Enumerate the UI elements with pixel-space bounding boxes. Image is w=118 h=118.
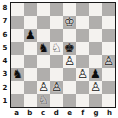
file-label-e: e xyxy=(63,108,76,118)
rank-labels: 87654321 xyxy=(0,2,10,108)
square-b3 xyxy=(24,68,37,81)
square-h6 xyxy=(102,29,115,42)
square-d4 xyxy=(50,55,63,68)
square-a4 xyxy=(11,55,24,68)
square-c2: ♙ xyxy=(37,81,50,94)
black-pawn: ♟ xyxy=(89,68,102,81)
square-d8 xyxy=(50,3,63,16)
square-f8 xyxy=(76,3,89,16)
square-g4 xyxy=(89,55,102,68)
square-g5 xyxy=(89,42,102,55)
square-f2 xyxy=(76,81,89,94)
chess-board: ♔♟♞♘♚♙♙♞♙♟♙♙♙♘ xyxy=(10,2,116,108)
rank-label-8: 8 xyxy=(0,2,10,15)
white-pawn: ♙ xyxy=(102,55,115,68)
rank-label-5: 5 xyxy=(0,42,10,55)
rank-label-1: 1 xyxy=(0,95,10,108)
black-pawn: ♟ xyxy=(24,29,37,42)
file-label-c: c xyxy=(37,108,50,118)
square-c4 xyxy=(37,55,50,68)
square-h5 xyxy=(102,42,115,55)
square-d5: ♘ xyxy=(50,42,63,55)
square-a8 xyxy=(11,3,24,16)
file-labels: abcdefgh xyxy=(10,108,116,118)
square-e4: ♙ xyxy=(63,55,76,68)
square-f5 xyxy=(76,42,89,55)
square-c7 xyxy=(37,16,50,29)
square-a6 xyxy=(11,29,24,42)
square-g2: ♙ xyxy=(89,81,102,94)
white-pawn: ♙ xyxy=(50,81,63,94)
square-d6 xyxy=(50,29,63,42)
square-d3 xyxy=(50,68,63,81)
square-h7 xyxy=(102,16,115,29)
square-a1 xyxy=(11,94,24,107)
square-c6 xyxy=(37,29,50,42)
square-f3: ♙ xyxy=(76,68,89,81)
square-e6 xyxy=(63,29,76,42)
square-h1 xyxy=(102,94,115,107)
square-g7 xyxy=(89,16,102,29)
square-e8 xyxy=(63,3,76,16)
square-h8 xyxy=(102,3,115,16)
file-label-d: d xyxy=(50,108,63,118)
square-g3: ♟ xyxy=(89,68,102,81)
square-f7 xyxy=(76,16,89,29)
square-e3 xyxy=(63,68,76,81)
black-knight: ♞ xyxy=(11,68,24,81)
square-h2 xyxy=(102,81,115,94)
white-knight: ♘ xyxy=(37,94,50,107)
rank-label-2: 2 xyxy=(0,82,10,95)
white-king: ♔ xyxy=(63,16,76,29)
square-d2: ♙ xyxy=(50,81,63,94)
square-a7 xyxy=(11,16,24,29)
file-label-h: h xyxy=(103,108,116,118)
square-a3: ♞ xyxy=(11,68,24,81)
square-c8 xyxy=(37,3,50,16)
square-b6: ♟ xyxy=(24,29,37,42)
white-pawn: ♙ xyxy=(89,81,102,94)
square-b4 xyxy=(24,55,37,68)
square-d7 xyxy=(50,16,63,29)
square-f6 xyxy=(76,29,89,42)
square-g6 xyxy=(89,29,102,42)
square-g1 xyxy=(89,94,102,107)
square-a5 xyxy=(11,42,24,55)
white-pawn: ♙ xyxy=(63,55,76,68)
file-label-b: b xyxy=(23,108,36,118)
square-h3 xyxy=(102,68,115,81)
square-f1 xyxy=(76,94,89,107)
rank-label-4: 4 xyxy=(0,55,10,68)
square-c3 xyxy=(37,68,50,81)
black-king: ♚ xyxy=(63,42,76,55)
square-g8 xyxy=(89,3,102,16)
rank-label-6: 6 xyxy=(0,29,10,42)
chess-diagram: 87654321 ♔♟♞♘♚♙♙♞♙♟♙♙♙♘ abcdefgh xyxy=(0,0,118,118)
white-pawn: ♙ xyxy=(76,68,89,81)
square-f4 xyxy=(76,55,89,68)
square-b5 xyxy=(24,42,37,55)
rank-label-3: 3 xyxy=(0,68,10,81)
black-knight: ♞ xyxy=(37,42,50,55)
file-label-f: f xyxy=(76,108,89,118)
square-e7: ♔ xyxy=(63,16,76,29)
square-c5: ♞ xyxy=(37,42,50,55)
rank-label-7: 7 xyxy=(0,15,10,28)
white-knight: ♘ xyxy=(50,42,63,55)
square-d1 xyxy=(50,94,63,107)
square-b7 xyxy=(24,16,37,29)
square-e1 xyxy=(63,94,76,107)
square-b8 xyxy=(24,3,37,16)
square-e5: ♚ xyxy=(63,42,76,55)
square-b1 xyxy=(24,94,37,107)
square-b2 xyxy=(24,81,37,94)
file-label-g: g xyxy=(90,108,103,118)
square-h4: ♙ xyxy=(102,55,115,68)
white-pawn: ♙ xyxy=(37,81,50,94)
square-c1: ♘ xyxy=(37,94,50,107)
square-a2 xyxy=(11,81,24,94)
square-e2 xyxy=(63,81,76,94)
file-label-a: a xyxy=(10,108,23,118)
